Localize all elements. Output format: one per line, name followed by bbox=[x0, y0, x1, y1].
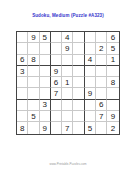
sudoku-cell-r2c5: 9 bbox=[62, 43, 73, 54]
sudoku-grid: 9546925684139618793657989752 bbox=[17, 32, 119, 134]
sudoku-cell-r6c5[interactable] bbox=[62, 88, 73, 99]
sudoku-cell-r7c8: 6 bbox=[96, 100, 107, 111]
sudoku-cell-r3c8[interactable] bbox=[96, 55, 107, 66]
sudoku-cell-r2c2[interactable] bbox=[28, 43, 39, 54]
sudoku-cell-r1c5: 4 bbox=[62, 32, 73, 43]
sudoku-cell-r8c2: 5 bbox=[28, 111, 39, 122]
sudoku-cell-r4c3[interactable] bbox=[40, 66, 51, 77]
sudoku-cell-r4c4: 9 bbox=[51, 66, 62, 77]
page-title: Sudoku, Medium (Puzzle #A323) bbox=[0, 13, 136, 18]
sudoku-cell-r4c6[interactable] bbox=[73, 66, 84, 77]
sudoku-cell-r3c5[interactable] bbox=[62, 55, 73, 66]
sudoku-cell-r9c5: 7 bbox=[62, 122, 73, 133]
sudoku-cell-r7c4[interactable] bbox=[51, 100, 62, 111]
sudoku-cell-r9c9: 2 bbox=[107, 122, 118, 133]
sudoku-cell-r6c3[interactable] bbox=[40, 88, 51, 99]
sudoku-cell-r1c6[interactable] bbox=[73, 32, 84, 43]
sudoku-cell-r7c3: 3 bbox=[40, 100, 51, 111]
sudoku-cell-r6c8[interactable] bbox=[96, 88, 107, 99]
sudoku-cell-r6c4: 7 bbox=[51, 88, 62, 99]
sudoku-cell-r1c4[interactable] bbox=[51, 32, 62, 43]
sudoku-cell-r7c5[interactable] bbox=[62, 100, 73, 111]
sudoku-cell-r9c1: 8 bbox=[17, 122, 28, 133]
sudoku-cell-r8c3[interactable] bbox=[40, 111, 51, 122]
sudoku-cell-r9c3: 9 bbox=[40, 122, 51, 133]
sudoku-cell-r1c8[interactable] bbox=[96, 32, 107, 43]
sudoku-cell-r7c1[interactable] bbox=[17, 100, 28, 111]
sudoku-cell-r9c8[interactable] bbox=[96, 122, 107, 133]
sudoku-cell-r3c7: 4 bbox=[85, 55, 96, 66]
sudoku-cell-r3c9: 1 bbox=[107, 55, 118, 66]
sudoku-cell-r4c2[interactable] bbox=[28, 66, 39, 77]
sudoku-cell-r8c1[interactable] bbox=[17, 111, 28, 122]
sudoku-cell-r5c1[interactable] bbox=[17, 77, 28, 88]
sudoku-cell-r6c7: 9 bbox=[85, 88, 96, 99]
sudoku-cell-r4c1: 3 bbox=[17, 66, 28, 77]
sudoku-cell-r3c4[interactable] bbox=[51, 55, 62, 66]
sudoku-cell-r6c1[interactable] bbox=[17, 88, 28, 99]
sudoku-cell-r3c1: 6 bbox=[17, 55, 28, 66]
sudoku-cell-r2c3[interactable] bbox=[40, 43, 51, 54]
sudoku-cell-r2c8: 2 bbox=[96, 43, 107, 54]
sudoku-cell-r2c4[interactable] bbox=[51, 43, 62, 54]
sudoku-cell-r3c3[interactable] bbox=[40, 55, 51, 66]
footer-url: www.Printable-Puzzles.com bbox=[0, 162, 136, 166]
sudoku-board: 9546925684139618793657989752 bbox=[16, 31, 120, 135]
sudoku-cell-r6c6[interactable] bbox=[73, 88, 84, 99]
sudoku-cell-r2c9: 5 bbox=[107, 43, 118, 54]
sudoku-cell-r7c6[interactable] bbox=[73, 100, 84, 111]
sudoku-cell-r8c9: 9 bbox=[107, 111, 118, 122]
sudoku-cell-r9c7: 5 bbox=[85, 122, 96, 133]
sudoku-cell-r4c5[interactable] bbox=[62, 66, 73, 77]
sudoku-cell-r9c2[interactable] bbox=[28, 122, 39, 133]
sudoku-cell-r4c7[interactable] bbox=[85, 66, 96, 77]
sudoku-cell-r8c6[interactable] bbox=[73, 111, 84, 122]
sudoku-cell-r9c6[interactable] bbox=[73, 122, 84, 133]
sudoku-cell-r5c9: 8 bbox=[107, 77, 118, 88]
sudoku-cell-r1c9: 6 bbox=[107, 32, 118, 43]
sudoku-cell-r5c6[interactable] bbox=[73, 77, 84, 88]
sudoku-cell-r7c2[interactable] bbox=[28, 100, 39, 111]
sudoku-cell-r6c9[interactable] bbox=[107, 88, 118, 99]
sudoku-cell-r7c7[interactable] bbox=[85, 100, 96, 111]
sudoku-cell-r5c8[interactable] bbox=[96, 77, 107, 88]
sudoku-cell-r8c5[interactable] bbox=[62, 111, 73, 122]
sudoku-cell-r5c5: 1 bbox=[62, 77, 73, 88]
sudoku-cell-r7c9[interactable] bbox=[107, 100, 118, 111]
sudoku-cell-r8c8: 7 bbox=[96, 111, 107, 122]
sudoku-cell-r1c7[interactable] bbox=[85, 32, 96, 43]
sudoku-cell-r2c7[interactable] bbox=[85, 43, 96, 54]
sudoku-cell-r3c6[interactable] bbox=[73, 55, 84, 66]
sudoku-cell-r5c4: 6 bbox=[51, 77, 62, 88]
sudoku-cell-r2c6[interactable] bbox=[73, 43, 84, 54]
sudoku-cell-r5c2[interactable] bbox=[28, 77, 39, 88]
sudoku-cell-r1c2: 9 bbox=[28, 32, 39, 43]
sudoku-cell-r3c2: 8 bbox=[28, 55, 39, 66]
sudoku-cell-r8c4[interactable] bbox=[51, 111, 62, 122]
sudoku-cell-r4c9[interactable] bbox=[107, 66, 118, 77]
sudoku-cell-r5c3[interactable] bbox=[40, 77, 51, 88]
sudoku-cell-r5c7[interactable] bbox=[85, 77, 96, 88]
sudoku-cell-r9c4[interactable] bbox=[51, 122, 62, 133]
sudoku-cell-r4c8[interactable] bbox=[96, 66, 107, 77]
sudoku-cell-r8c7[interactable] bbox=[85, 111, 96, 122]
sudoku-cell-r1c1[interactable] bbox=[17, 32, 28, 43]
sudoku-cell-r1c3: 5 bbox=[40, 32, 51, 43]
sudoku-cell-r6c2[interactable] bbox=[28, 88, 39, 99]
sudoku-cell-r2c1[interactable] bbox=[17, 43, 28, 54]
